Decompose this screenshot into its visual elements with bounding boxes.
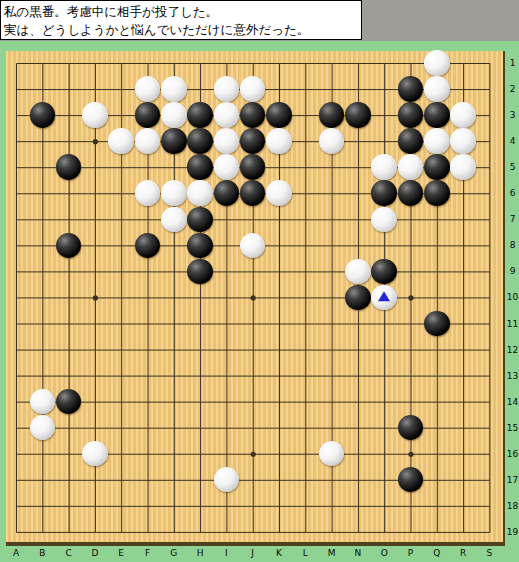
column-label-N: N: [355, 548, 362, 558]
stone-G7-white: [161, 207, 187, 233]
stone-Q4-white: [424, 128, 450, 154]
stone-P4-black: [398, 128, 424, 154]
stone-G4-black: [161, 128, 187, 154]
row-label-3: 3: [510, 110, 516, 120]
column-label-D: D: [91, 548, 98, 558]
column-label-F: F: [145, 548, 150, 558]
stone-P17-black: [398, 467, 424, 493]
row-label-5: 5: [510, 162, 516, 172]
stone-P5-white: [398, 154, 424, 180]
column-label-J: J: [251, 548, 254, 558]
column-label-S: S: [487, 548, 493, 558]
stone-B3-black: [30, 102, 56, 128]
stone-Q1-white: [424, 50, 450, 76]
stone-I17-white: [214, 467, 240, 493]
stone-N3-black: [345, 102, 371, 128]
stone-R4-white: [450, 128, 476, 154]
row-label-2: 2: [510, 84, 516, 94]
stone-G6-white: [161, 180, 187, 206]
stone-J5-black: [240, 154, 266, 180]
column-label-O: O: [381, 548, 388, 558]
stone-D3-white: [82, 102, 108, 128]
stone-Q2-white: [424, 76, 450, 102]
stone-M3-black: [319, 102, 345, 128]
stone-B14-white: [30, 389, 56, 415]
stone-F3-black: [135, 102, 161, 128]
stone-F6-white: [135, 180, 161, 206]
stone-F8-black: [135, 233, 161, 259]
stone-O6-black: [371, 180, 397, 206]
stone-K6-white: [266, 180, 292, 206]
stone-H4-black: [187, 128, 213, 154]
last-move-marker-icon: [378, 292, 390, 302]
stone-J2-white: [240, 76, 266, 102]
column-label-R: R: [460, 548, 466, 558]
column-labels: ABCDEFGHIJKLMNOPQRS: [6, 548, 503, 561]
row-label-15: 15: [507, 423, 518, 433]
stone-I6-black: [214, 180, 240, 206]
stone-J6-black: [240, 180, 266, 206]
stone-O7-white: [371, 207, 397, 233]
stone-H9-black: [187, 259, 213, 285]
row-label-10: 10: [507, 292, 518, 302]
row-label-7: 7: [510, 214, 516, 224]
stone-K4-white: [266, 128, 292, 154]
row-label-6: 6: [510, 188, 516, 198]
column-label-E: E: [118, 548, 124, 558]
column-label-I: I: [225, 548, 228, 558]
row-label-8: 8: [510, 240, 516, 250]
stone-Q11-black: [424, 311, 450, 337]
column-label-B: B: [39, 548, 45, 558]
row-label-17: 17: [507, 475, 518, 485]
go-board[interactable]: [6, 51, 505, 546]
stone-M4-white: [319, 128, 345, 154]
stone-G3-white: [161, 102, 187, 128]
stone-F2-white: [135, 76, 161, 102]
stone-I2-white: [214, 76, 240, 102]
row-label-1: 1: [510, 58, 516, 68]
stone-O9-black: [371, 259, 397, 285]
stone-M16-white: [319, 441, 345, 467]
stone-I5-white: [214, 154, 240, 180]
stone-I3-white: [214, 102, 240, 128]
stone-J3-black: [240, 102, 266, 128]
stone-E4-white: [108, 128, 134, 154]
stone-N9-white: [345, 259, 371, 285]
stone-H6-white: [187, 180, 213, 206]
column-label-P: P: [408, 548, 413, 558]
stone-Q3-black: [424, 102, 450, 128]
stone-C8-black: [56, 233, 82, 259]
stone-H3-black: [187, 102, 213, 128]
stone-C14-black: [56, 389, 82, 415]
stone-N10-black: [345, 285, 371, 311]
column-label-H: H: [197, 548, 204, 558]
column-label-K: K: [276, 548, 282, 558]
column-label-C: C: [65, 548, 71, 558]
row-label-13: 13: [507, 371, 518, 381]
commentary-line-2: 実は、どうしようかと悩んでいただけに意外だった。: [4, 21, 358, 39]
stone-H7-black: [187, 207, 213, 233]
row-labels: 12345678910111213141516171819: [506, 51, 519, 542]
column-label-A: A: [13, 548, 19, 558]
stone-B15-white: [30, 415, 56, 441]
commentary-line-1: 私の黒番。考慮中に相手が投了した。: [4, 3, 358, 21]
stone-P3-black: [398, 102, 424, 128]
column-label-M: M: [328, 548, 336, 558]
stone-O10-white: [371, 285, 397, 311]
stone-J8-white: [240, 233, 266, 259]
stone-J4-black: [240, 128, 266, 154]
stone-P6-black: [398, 180, 424, 206]
column-label-G: G: [170, 548, 177, 558]
column-label-Q: Q: [433, 548, 440, 558]
stone-Q6-black: [424, 180, 450, 206]
stone-I4-white: [214, 128, 240, 154]
row-label-11: 11: [507, 319, 518, 329]
commentary-box: 私の黒番。考慮中に相手が投了した。 実は、どうしようかと悩んでいただけに意外だっ…: [0, 0, 362, 40]
stone-D16-white: [82, 441, 108, 467]
stone-K3-black: [266, 102, 292, 128]
stone-P15-black: [398, 415, 424, 441]
stone-R5-white: [450, 154, 476, 180]
board-grid[interactable]: [3, 50, 503, 545]
stone-C5-black: [56, 154, 82, 180]
stone-F4-white: [135, 128, 161, 154]
row-label-12: 12: [507, 345, 518, 355]
stone-H5-black: [187, 154, 213, 180]
row-label-16: 16: [507, 449, 518, 459]
stone-Q5-black: [424, 154, 450, 180]
row-label-14: 14: [507, 397, 518, 407]
stone-G2-white: [161, 76, 187, 102]
row-label-9: 9: [510, 266, 516, 276]
stone-R3-white: [450, 102, 476, 128]
row-label-19: 19: [507, 527, 518, 537]
stone-P2-black: [398, 76, 424, 102]
status-bar: 私の黒番。考慮中に相手が投了した。 実は、どうしようかと悩んでいただけに意外だっ…: [0, 0, 519, 41]
row-label-18: 18: [507, 501, 518, 511]
stone-O5-white: [371, 154, 397, 180]
row-label-4: 4: [510, 136, 516, 146]
column-label-L: L: [303, 548, 308, 558]
stone-H8-black: [187, 233, 213, 259]
